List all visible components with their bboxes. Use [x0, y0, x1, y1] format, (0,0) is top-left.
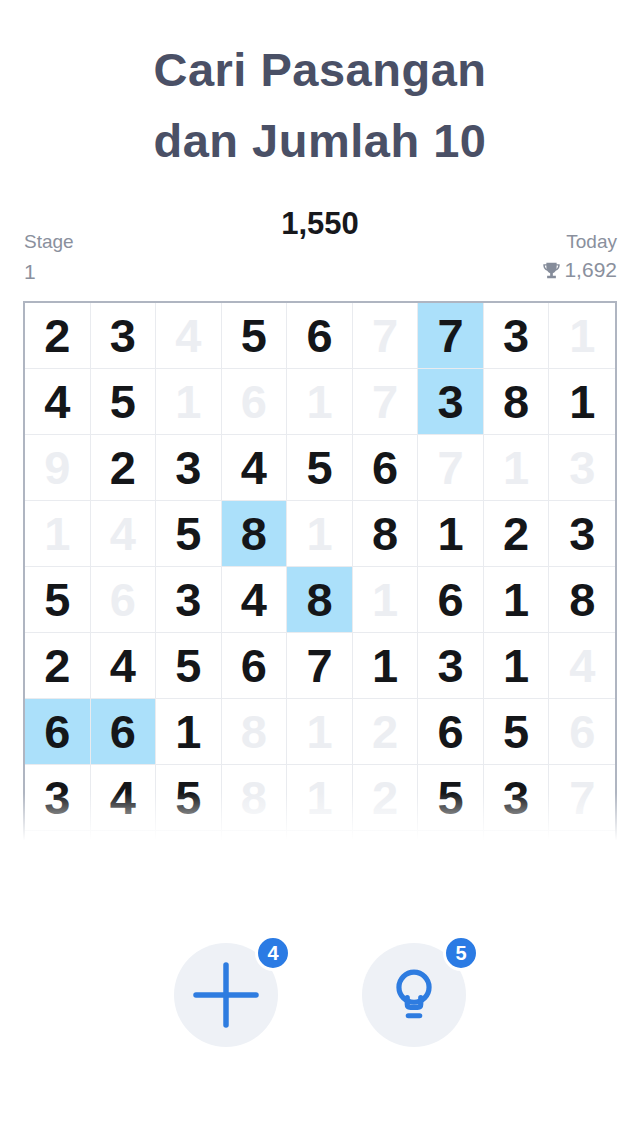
grid-cell: [353, 831, 419, 859]
title-line-1: Cari Pasangan: [153, 43, 486, 96]
grid-cell: 1: [287, 699, 353, 765]
grid-cell[interactable]: 1: [156, 699, 222, 765]
grid-cell[interactable]: 6: [353, 435, 419, 501]
grid-cell[interactable]: 1: [549, 369, 615, 435]
grid-cell[interactable]: 2: [25, 303, 91, 369]
grid-cell[interactable]: 1: [484, 567, 550, 633]
grid-cell[interactable]: 3: [549, 501, 615, 567]
grid-cell[interactable]: 5: [484, 699, 550, 765]
grid-cell: 7: [418, 435, 484, 501]
grid-cell: 1: [287, 765, 353, 831]
grid-cell: [484, 831, 550, 859]
grid-cell[interactable]: 3: [156, 567, 222, 633]
stage-value: 1: [24, 260, 74, 284]
add-numbers-button[interactable]: 4: [174, 943, 278, 1047]
grid-cell: 1: [25, 501, 91, 567]
game-screen: Cari Pasangan dan Jumlah 10 1,550 Stage …: [0, 0, 640, 1138]
grid-cell[interactable]: 3: [156, 435, 222, 501]
grid-cell[interactable]: 4: [222, 435, 288, 501]
grid-cell: 3: [549, 435, 615, 501]
grid-cell: 2: [353, 765, 419, 831]
grid-cell: 1: [287, 369, 353, 435]
hint-button[interactable]: 5: [362, 943, 466, 1047]
grid-cell: 4: [91, 501, 157, 567]
grid-cell[interactable]: 8: [222, 501, 288, 567]
grid-cell[interactable]: 3: [484, 303, 550, 369]
today-value: 1,692: [564, 258, 617, 282]
grid-cell[interactable]: 8: [353, 501, 419, 567]
grid-cell: 4: [549, 633, 615, 699]
action-bar: 4 5: [0, 943, 640, 1047]
grid-cell[interactable]: 7: [287, 633, 353, 699]
plus-icon: [193, 962, 259, 1028]
page-title: Cari Pasangan dan Jumlah 10: [0, 34, 640, 176]
board-container: 2345677314516173819234567131458181235634…: [23, 301, 617, 857]
grid-cell[interactable]: 3: [91, 303, 157, 369]
grid-cell: 1: [156, 369, 222, 435]
game-board[interactable]: 2345677314516173819234567131458181235634…: [25, 303, 615, 859]
today-label: Today: [542, 231, 617, 253]
grid-cell[interactable]: 5: [222, 303, 288, 369]
header: Cari Pasangan dan Jumlah 10 1,550 Stage …: [0, 0, 640, 301]
grid-cell: [91, 831, 157, 859]
grid-cell[interactable]: 6: [91, 699, 157, 765]
grid-cell: [418, 831, 484, 859]
lightbulb-icon: [389, 968, 439, 1022]
grid-cell: [156, 831, 222, 859]
grid-cell[interactable]: 4: [91, 633, 157, 699]
grid-cell[interactable]: 5: [287, 435, 353, 501]
grid-cell[interactable]: 4: [25, 369, 91, 435]
hint-count-badge: 5: [443, 935, 479, 971]
grid-cell[interactable]: 5: [418, 765, 484, 831]
grid-cell[interactable]: 5: [156, 501, 222, 567]
grid-cell[interactable]: 3: [25, 765, 91, 831]
grid-cell[interactable]: 2: [484, 501, 550, 567]
grid-cell[interactable]: 8: [549, 567, 615, 633]
grid-cell: 2: [353, 699, 419, 765]
grid-cell[interactable]: 6: [25, 699, 91, 765]
stage-label: Stage: [24, 231, 74, 253]
grid-cell: [25, 831, 91, 859]
trophy-icon: [542, 261, 561, 280]
grid-cell[interactable]: 2: [91, 435, 157, 501]
grid-cell[interactable]: 4: [222, 567, 288, 633]
grid-cell[interactable]: 8: [484, 369, 550, 435]
grid-cell[interactable]: 4: [91, 765, 157, 831]
grid-cell: [287, 831, 353, 859]
grid-cell[interactable]: 8: [287, 567, 353, 633]
grid-cell[interactable]: 5: [25, 567, 91, 633]
grid-cell: 8: [222, 765, 288, 831]
add-count-badge: 4: [255, 935, 291, 971]
grid-cell[interactable]: 3: [418, 369, 484, 435]
grid-cell[interactable]: 1: [353, 633, 419, 699]
grid-cell: 4: [156, 303, 222, 369]
grid-cell: 1: [549, 303, 615, 369]
grid-cell: 7: [353, 369, 419, 435]
grid-cell: 6: [549, 699, 615, 765]
grid-cell: 7: [549, 765, 615, 831]
grid-cell[interactable]: 3: [484, 765, 550, 831]
grid-cell: 8: [222, 699, 288, 765]
stage-block: Stage 1: [24, 231, 74, 284]
title-line-2: dan Jumlah 10: [154, 114, 487, 167]
grid-cell: [549, 831, 615, 859]
today-block: Today 1,692: [542, 231, 617, 282]
grid-cell[interactable]: 6: [418, 567, 484, 633]
grid-cell[interactable]: 2: [25, 633, 91, 699]
grid-cell[interactable]: 6: [418, 699, 484, 765]
grid-cell[interactable]: 1: [418, 501, 484, 567]
grid-cell: 6: [222, 369, 288, 435]
grid-cell: 1: [287, 501, 353, 567]
grid-cell: 1: [353, 567, 419, 633]
grid-cell: [222, 831, 288, 859]
grid-cell: 1: [484, 435, 550, 501]
grid-cell[interactable]: 6: [287, 303, 353, 369]
grid-cell: 7: [353, 303, 419, 369]
grid-cell: 9: [25, 435, 91, 501]
grid-cell[interactable]: 1: [484, 633, 550, 699]
grid-cell[interactable]: 5: [156, 633, 222, 699]
grid-cell[interactable]: 3: [418, 633, 484, 699]
grid-cell[interactable]: 5: [156, 765, 222, 831]
grid-cell[interactable]: 7: [418, 303, 484, 369]
grid-cell[interactable]: 6: [222, 633, 288, 699]
grid-cell[interactable]: 5: [91, 369, 157, 435]
grid-cell: 6: [91, 567, 157, 633]
